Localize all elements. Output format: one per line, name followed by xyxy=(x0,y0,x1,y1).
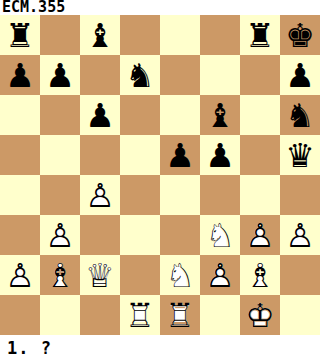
piece-black-pawn: ♟ xyxy=(200,135,240,175)
square-a7[interactable]: ♟ xyxy=(0,55,40,95)
piece-white-knight: ♞♘ xyxy=(200,215,240,255)
piece-black-bishop: ♝ xyxy=(200,95,240,135)
square-a1[interactable] xyxy=(0,295,40,335)
square-e8[interactable] xyxy=(160,15,200,55)
square-b3[interactable]: ♟♙ xyxy=(40,215,80,255)
square-e2[interactable]: ♞♘ xyxy=(160,255,200,295)
piece-white-bishop: ♝♗ xyxy=(40,255,80,295)
square-f3[interactable]: ♞♘ xyxy=(200,215,240,255)
square-g3[interactable]: ♟♙ xyxy=(240,215,280,255)
piece-black-rook: ♜ xyxy=(240,15,280,55)
square-d2[interactable] xyxy=(120,255,160,295)
piece-white-rook: ♜♖ xyxy=(120,295,160,335)
chessboard: ♜♝♜♚♟♟♞♟♟♝♞♟♟♛♟♙♟♙♞♘♟♙♟♙♟♙♝♗♛♕♞♘♟♙♝♗♜♖♜♖… xyxy=(0,15,320,335)
square-h1[interactable] xyxy=(280,295,320,335)
square-c2[interactable]: ♛♕ xyxy=(80,255,120,295)
square-e4[interactable] xyxy=(160,175,200,215)
piece-white-pawn: ♟♙ xyxy=(240,215,280,255)
piece-white-pawn: ♟♙ xyxy=(200,255,240,295)
piece-black-pawn: ♟ xyxy=(160,135,200,175)
square-h4[interactable] xyxy=(280,175,320,215)
piece-black-pawn: ♟ xyxy=(40,55,80,95)
piece-white-pawn: ♟♙ xyxy=(0,255,40,295)
square-f4[interactable] xyxy=(200,175,240,215)
square-a2[interactable]: ♟♙ xyxy=(0,255,40,295)
square-e6[interactable] xyxy=(160,95,200,135)
square-b6[interactable] xyxy=(40,95,80,135)
piece-white-king: ♚♔ xyxy=(240,295,280,335)
piece-white-bishop: ♝♗ xyxy=(240,255,280,295)
square-c8[interactable]: ♝ xyxy=(80,15,120,55)
square-b2[interactable]: ♝♗ xyxy=(40,255,80,295)
square-g8[interactable]: ♜ xyxy=(240,15,280,55)
square-g6[interactable] xyxy=(240,95,280,135)
piece-black-pawn: ♟ xyxy=(80,95,120,135)
square-h5[interactable]: ♛ xyxy=(280,135,320,175)
piece-black-pawn: ♟ xyxy=(0,55,40,95)
piece-black-rook: ♜ xyxy=(0,15,40,55)
square-f5[interactable]: ♟ xyxy=(200,135,240,175)
square-b4[interactable] xyxy=(40,175,80,215)
square-g1[interactable]: ♚♔ xyxy=(240,295,280,335)
square-c3[interactable] xyxy=(80,215,120,255)
square-h7[interactable]: ♟ xyxy=(280,55,320,95)
square-g2[interactable]: ♝♗ xyxy=(240,255,280,295)
chess-diagram: ECM.355 ♜♝♜♚♟♟♞♟♟♝♞♟♟♛♟♙♟♙♞♘♟♙♟♙♟♙♝♗♛♕♞♘… xyxy=(0,0,320,360)
square-c5[interactable] xyxy=(80,135,120,175)
piece-white-pawn: ♟♙ xyxy=(80,175,120,215)
square-f8[interactable] xyxy=(200,15,240,55)
square-h8[interactable]: ♚ xyxy=(280,15,320,55)
square-f7[interactable] xyxy=(200,55,240,95)
piece-white-pawn: ♟♙ xyxy=(40,215,80,255)
square-a5[interactable] xyxy=(0,135,40,175)
square-h2[interactable] xyxy=(280,255,320,295)
square-b8[interactable] xyxy=(40,15,80,55)
square-a4[interactable] xyxy=(0,175,40,215)
square-b5[interactable] xyxy=(40,135,80,175)
diagram-title: ECM.355 xyxy=(0,0,320,15)
square-e3[interactable] xyxy=(160,215,200,255)
square-a3[interactable] xyxy=(0,215,40,255)
piece-black-bishop: ♝ xyxy=(80,15,120,55)
piece-black-knight: ♞ xyxy=(120,55,160,95)
piece-white-pawn: ♟♙ xyxy=(280,215,320,255)
square-e1[interactable]: ♜♖ xyxy=(160,295,200,335)
square-b1[interactable] xyxy=(40,295,80,335)
square-c4[interactable]: ♟♙ xyxy=(80,175,120,215)
square-b7[interactable]: ♟ xyxy=(40,55,80,95)
piece-white-rook: ♜♖ xyxy=(160,295,200,335)
square-c1[interactable] xyxy=(80,295,120,335)
move-prompt: 1. ? xyxy=(0,335,320,360)
square-g4[interactable] xyxy=(240,175,280,215)
square-f2[interactable]: ♟♙ xyxy=(200,255,240,295)
square-h6[interactable]: ♞ xyxy=(280,95,320,135)
square-d4[interactable] xyxy=(120,175,160,215)
square-d1[interactable]: ♜♖ xyxy=(120,295,160,335)
square-c7[interactable] xyxy=(80,55,120,95)
square-f1[interactable] xyxy=(200,295,240,335)
square-e5[interactable]: ♟ xyxy=(160,135,200,175)
piece-black-queen: ♛ xyxy=(280,135,320,175)
square-d3[interactable] xyxy=(120,215,160,255)
square-a6[interactable] xyxy=(0,95,40,135)
square-d7[interactable]: ♞ xyxy=(120,55,160,95)
square-a8[interactable]: ♜ xyxy=(0,15,40,55)
square-d6[interactable] xyxy=(120,95,160,135)
square-e7[interactable] xyxy=(160,55,200,95)
piece-black-king: ♚ xyxy=(280,15,320,55)
piece-black-knight: ♞ xyxy=(280,95,320,135)
square-f6[interactable]: ♝ xyxy=(200,95,240,135)
piece-white-knight: ♞♘ xyxy=(160,255,200,295)
piece-white-queen: ♛♕ xyxy=(80,255,120,295)
square-c6[interactable]: ♟ xyxy=(80,95,120,135)
square-d5[interactable] xyxy=(120,135,160,175)
square-h3[interactable]: ♟♙ xyxy=(280,215,320,255)
piece-black-pawn: ♟ xyxy=(280,55,320,95)
square-g7[interactable] xyxy=(240,55,280,95)
square-d8[interactable] xyxy=(120,15,160,55)
square-g5[interactable] xyxy=(240,135,280,175)
